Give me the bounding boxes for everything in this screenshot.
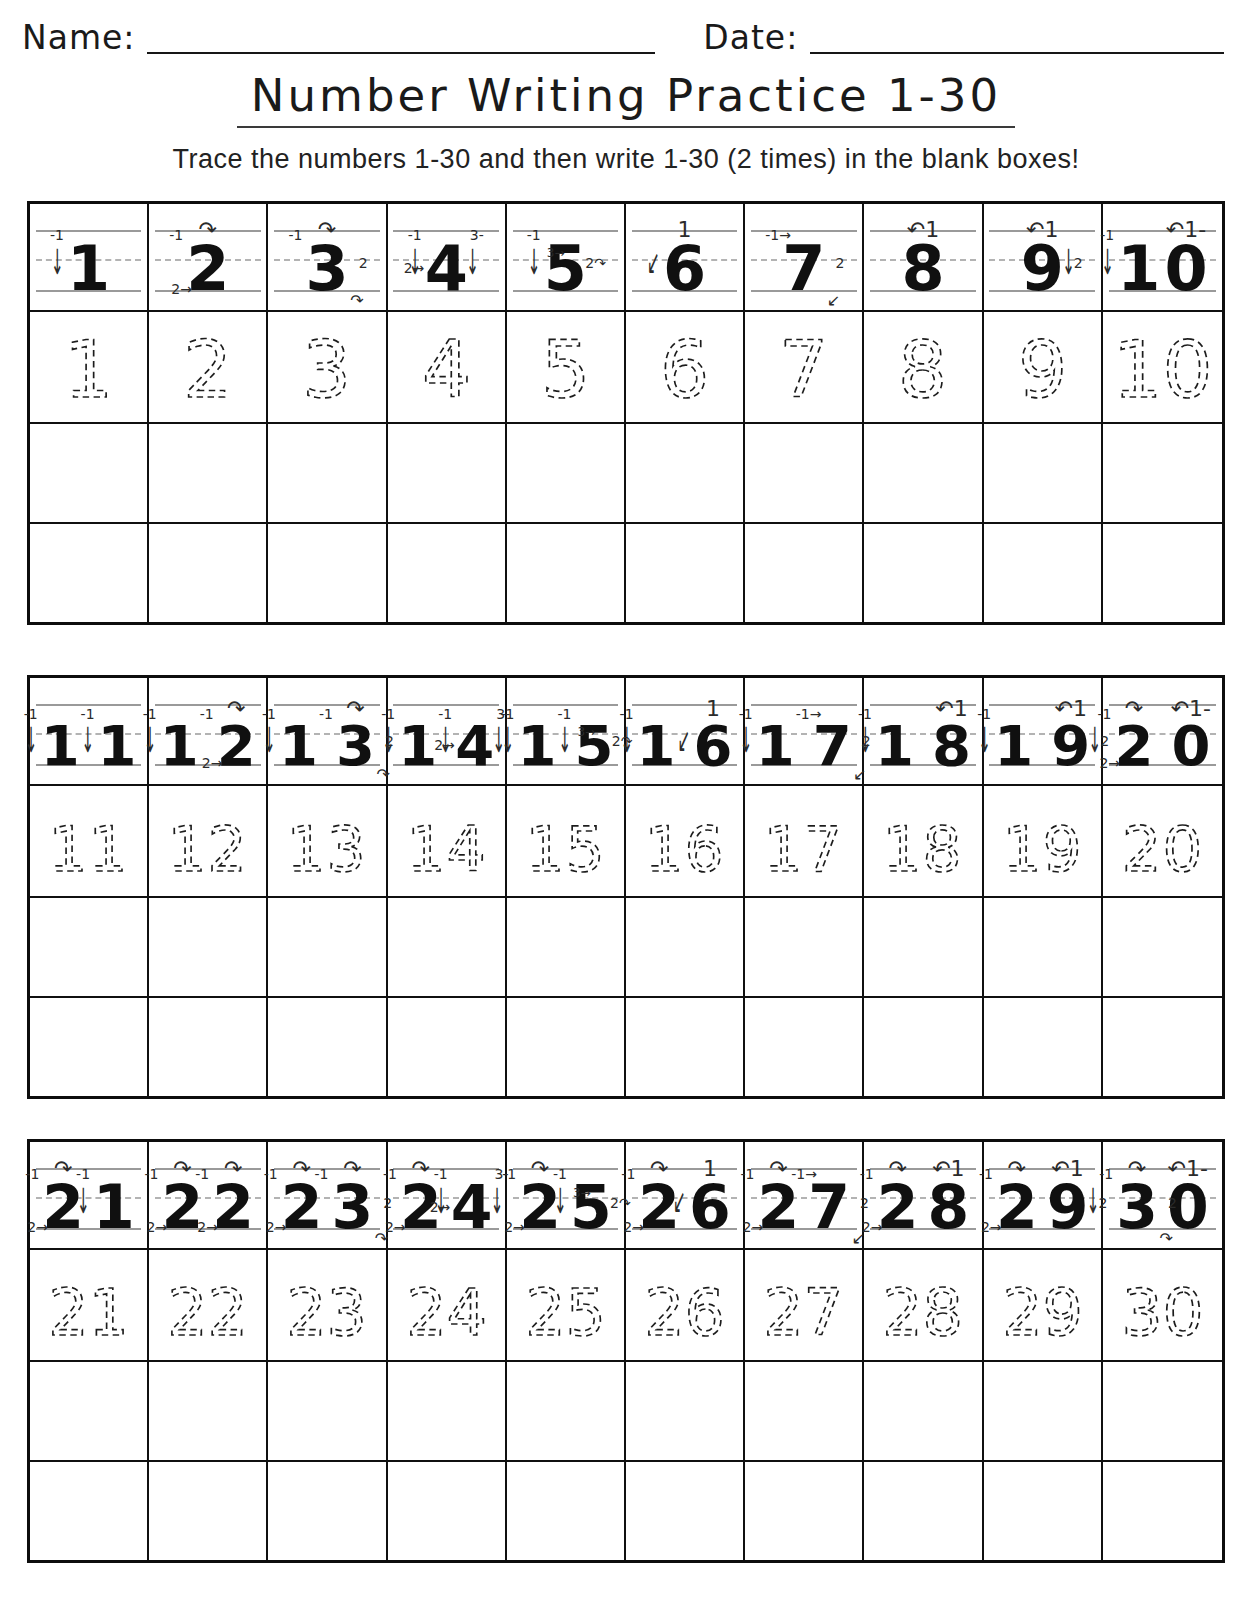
trace-number-text: 3 <box>302 325 351 415</box>
stroke-order-annotation: 2→ <box>504 1220 525 1234</box>
stroke-order-annotation: -1 <box>383 1167 397 1181</box>
trace-cell-24: 24 <box>388 1250 507 1360</box>
guide-cell-20: 2-1↷2→0↶1- <box>1103 678 1222 784</box>
stroke-order-annotation: ↷ <box>343 1158 361 1180</box>
trace-row-11-20: 11121314151617181920 <box>30 786 1222 898</box>
trace-cell-22: 22 <box>149 1250 268 1360</box>
guide-digit: 1-1↓ <box>98 724 137 768</box>
trace-number-text: 25 <box>525 1276 606 1350</box>
stroke-order-annotation: 2 <box>359 256 368 270</box>
stroke-order-annotation: ↷ <box>350 293 363 309</box>
blank-write-box <box>388 998 507 1096</box>
stroke-order-annotation: ↷ <box>1159 1231 1172 1247</box>
guide-number-20: 2-1↷2→0↶1- <box>1103 678 1222 784</box>
blank-write-box <box>30 998 149 1096</box>
guide-cell-26: 2-1↷2→61↙ <box>626 1142 745 1248</box>
stroke-order-annotation: -1 <box>408 228 422 242</box>
trace-number-svg: 28 <box>864 1250 981 1360</box>
stroke-order-annotation: 3→ <box>573 1187 591 1199</box>
guide-digit: 1-1↓ <box>67 245 110 293</box>
blank-write-box <box>388 898 507 996</box>
stroke-order-annotation: ↶1- <box>1166 219 1206 241</box>
blank-row <box>30 1362 1222 1462</box>
guide-number-3: 3-1↷2↷ <box>268 204 385 310</box>
trace-number-svg: 16 <box>626 786 743 896</box>
stroke-order-annotation: -1 <box>553 1167 567 1181</box>
guide-digit: 5-1↓3→2↷ <box>574 724 613 768</box>
stroke-order-annotation: ↓ <box>978 724 991 759</box>
blank-write-box <box>268 1462 387 1560</box>
guide-cell-27: 2-1↷2→7-1→2↙ <box>745 1142 864 1248</box>
trace-number-svg: 7 <box>745 312 862 422</box>
blank-write-box <box>149 1362 268 1460</box>
trace-number-text: 21 <box>48 1276 129 1350</box>
blank-write-box <box>984 1462 1103 1560</box>
trace-number-svg: 6 <box>626 312 743 422</box>
stroke-order-annotation: ↷ <box>412 1158 430 1180</box>
guide-digit: 2-1↷2→ <box>281 1184 323 1231</box>
guide-digit: 3-1↷2↷ <box>1116 1184 1158 1231</box>
blank-write-box <box>745 998 864 1096</box>
stroke-order-annotation: -1 <box>195 1167 209 1181</box>
trace-cell-25: 25 <box>507 1250 626 1360</box>
blank-write-box <box>1103 898 1222 996</box>
guide-digit: 2-1↷2→ <box>1114 724 1153 768</box>
guide-number-12: 1-1↓2-1↷2→ <box>149 678 266 784</box>
guide-digit: 3-1↷2↷ <box>336 724 375 768</box>
stroke-order-annotation: 1 <box>678 219 692 241</box>
blank-write-box <box>268 898 387 996</box>
trace-number-svg: 11 <box>30 786 147 896</box>
trace-number-svg: 4 <box>388 312 505 422</box>
guide-number-17: 1-1↓7-1→2↙ <box>745 678 862 784</box>
stroke-order-annotation: ↶1 <box>1026 219 1058 241</box>
trace-number-text: 13 <box>287 814 367 886</box>
blank-write-box <box>864 1362 983 1460</box>
guide-cell-30: 3-1↷2↷0↶1- <box>1103 1142 1222 1248</box>
trace-number-svg: 25 <box>507 1250 624 1360</box>
stroke-order-annotation: ↓ <box>621 724 634 759</box>
stroke-order-annotation: ↷ <box>377 767 390 783</box>
stroke-order-annotation: 2→ <box>147 1220 168 1234</box>
blank-write-box <box>30 1362 149 1460</box>
stroke-order-annotation: 2↷ <box>585 256 606 270</box>
guide-cell-29: 2-1↷2→9↶1↓2 <box>984 1142 1103 1248</box>
trace-cell-10: 10 <box>1103 312 1222 422</box>
stroke-order-annotation: 2 <box>835 256 844 270</box>
blank-write-box <box>149 1462 268 1560</box>
trace-number-text: 19 <box>1002 814 1082 886</box>
stroke-order-annotation: 2→ <box>623 1220 644 1234</box>
trace-cell-17: 17 <box>745 786 864 896</box>
guide-digit: 2-1↷2→ <box>186 245 229 293</box>
trace-cell-30: 30 <box>1103 1250 1222 1360</box>
stroke-order-annotation: 2→ <box>385 1220 406 1234</box>
guide-number-2: 2-1↷2→ <box>149 204 266 310</box>
stroke-order-annotation: ↷ <box>1008 1158 1026 1180</box>
table-numbers-21-30: 2-1↷2→1-1↓2-1↷2→2-1↷2→2-1↷2→3-1↷2↷2-1↷2→… <box>27 1139 1225 1563</box>
stroke-order-annotation: ↓ <box>501 724 514 759</box>
stroke-order-annotation: 2→ <box>434 738 455 752</box>
trace-cell-9: 9 <box>984 312 1103 422</box>
stroke-order-annotation: ↓ <box>51 246 64 281</box>
blank-write-box <box>626 1362 745 1460</box>
trace-cell-5: 5 <box>507 312 626 422</box>
guide-digit: 9↶1↓2 <box>1047 1184 1089 1231</box>
trace-number-svg: 18 <box>864 786 981 896</box>
blank-write-box <box>149 998 268 1096</box>
stroke-order-annotation: -1 <box>314 1167 328 1181</box>
guide-number-4: 4-1↓3-↓2→ <box>388 204 505 310</box>
guide-cell-14: 1-1↓4-1↓3-↓2→ <box>388 678 507 784</box>
stroke-order-annotation: ↷ <box>292 1158 310 1180</box>
stroke-order-annotation: 2→ <box>27 1220 48 1234</box>
blank-write-box <box>745 1462 864 1560</box>
stroke-order-annotation: -1 <box>1100 228 1114 242</box>
trace-number-svg: 13 <box>268 786 385 896</box>
trace-number-text: 11 <box>48 814 128 886</box>
blank-write-box <box>626 998 745 1096</box>
guide-digit: 2-1↷2→ <box>758 1184 800 1231</box>
guide-row-1-10: 1-1↓2-1↷2→3-1↷2↷4-1↓3-↓2→5-1↓3→2↷61↙7-1→… <box>30 204 1222 312</box>
trace-number-text: 27 <box>763 1276 844 1350</box>
blank-write-box <box>864 524 983 622</box>
trace-cell-16: 16 <box>626 786 745 896</box>
stroke-order-annotation: ↷ <box>199 219 217 241</box>
blank-write-box <box>507 424 626 522</box>
trace-number-text: 12 <box>168 814 248 886</box>
stroke-order-annotation: 3- <box>470 228 484 242</box>
blank-write-box <box>864 424 983 522</box>
guide-digit: 1-1↓ <box>398 724 437 768</box>
stroke-order-annotation: ↓ <box>528 246 541 281</box>
stroke-order-annotation: ↶1- <box>1168 1158 1208 1180</box>
stroke-order-annotation: 1 <box>706 698 720 720</box>
trace-cell-21: 21 <box>30 1250 149 1360</box>
stroke-order-annotation: ↷ <box>54 1158 72 1180</box>
stroke-order-annotation: ↓ <box>382 724 395 759</box>
guide-cell-1: 1-1↓ <box>30 204 149 310</box>
header: Name: Date: <box>22 12 1230 56</box>
blank-write-box <box>1103 424 1222 522</box>
guide-digit: 61↙ <box>694 724 733 768</box>
trace-number-svg: 12 <box>149 786 266 896</box>
trace-number-text: 17 <box>764 814 844 886</box>
stroke-order-annotation: -1 <box>288 228 302 242</box>
stroke-order-annotation: 2→ <box>430 1200 451 1214</box>
guide-digit: 1-1↓ <box>93 1184 135 1231</box>
guide-number-10: 1-1↓0↶1- <box>1103 204 1222 310</box>
guide-cell-4: 4-1↓3-↓2→ <box>388 204 507 310</box>
stroke-order-annotation: 2→ <box>171 282 192 296</box>
trace-number-text: 22 <box>167 1276 248 1350</box>
date-blank-line <box>810 16 1224 54</box>
stroke-order-annotation: ↷ <box>1128 1158 1146 1180</box>
stroke-order-annotation: ↷ <box>227 698 245 720</box>
stroke-order-annotation: -1 <box>169 228 183 242</box>
guide-cell-7: 7-1→2↙ <box>745 204 864 310</box>
stroke-order-annotation: ↓ <box>25 724 38 759</box>
blank-write-box <box>626 524 745 622</box>
stroke-order-annotation: -1 <box>264 1167 278 1181</box>
stroke-order-annotation: ↓ <box>144 724 157 759</box>
trace-number-text: 15 <box>525 814 605 886</box>
trace-number-text: 7 <box>779 325 828 415</box>
stroke-order-annotation: ↙ <box>678 724 691 759</box>
name-blank-line <box>147 16 655 54</box>
trace-number-text: 20 <box>1122 814 1204 887</box>
trace-number-text: 6 <box>660 325 709 415</box>
trace-number-text: 8 <box>898 325 947 415</box>
stroke-order-annotation: 3→ <box>577 726 595 738</box>
stroke-order-annotation: ↶1 <box>1054 698 1086 720</box>
trace-cell-13: 13 <box>268 786 387 896</box>
blank-write-box <box>864 1462 983 1560</box>
blank-write-box <box>745 424 864 522</box>
guide-number-24: 2-1↷2→4-1↓3-↓2→ <box>388 1142 505 1248</box>
stroke-order-annotation: 2→ <box>743 1220 764 1234</box>
guide-number-8: 8↶1 <box>864 204 981 310</box>
guide-number-6: 61↙ <box>626 204 743 310</box>
blank-write-box <box>626 424 745 522</box>
trace-number-svg: 26 <box>626 1250 743 1360</box>
guide-digit: 4-1↓3-↓2→ <box>455 724 494 768</box>
trace-number-svg: 19 <box>984 786 1101 896</box>
guide-cell-8: 8↶1 <box>864 204 983 310</box>
guide-cell-25: 2-1↷2→5-1↓3→2↷ <box>507 1142 626 1248</box>
guide-number-9: 9↶1↓2 <box>984 204 1101 310</box>
blank-write-box <box>745 1362 864 1460</box>
guide-cell-5: 5-1↓3→2↷ <box>507 204 626 310</box>
guide-number-30: 3-1↷2↷0↶1- <box>1103 1142 1222 1248</box>
stroke-order-annotation: ↷ <box>318 219 336 241</box>
guide-cell-17: 1-1↓7-1→2↙ <box>745 678 864 784</box>
trace-row-1-10: 12345678910 <box>30 312 1222 424</box>
guide-digit: 8↶1 <box>927 1184 969 1231</box>
trace-cell-7: 7 <box>745 312 864 422</box>
guide-number-21: 2-1↷2→1-1↓ <box>30 1142 147 1248</box>
blank-write-box <box>268 998 387 1096</box>
stroke-order-annotation: ↓ <box>1101 246 1114 281</box>
trace-number-svg: 1 <box>30 312 147 422</box>
blank-write-box <box>864 998 983 1096</box>
guide-cell-19: 1-1↓9↶1↓2 <box>984 678 1103 784</box>
guide-digit: 1-1↓ <box>517 724 556 768</box>
guide-digit: 2-1↷2→ <box>877 1184 919 1231</box>
stroke-order-annotation: 2→ <box>404 261 425 275</box>
trace-number-svg: 30 <box>1103 1250 1222 1360</box>
trace-cell-14: 14 <box>388 786 507 896</box>
blank-write-box <box>268 524 387 622</box>
guide-digit: 0↶1- <box>1164 245 1207 293</box>
blank-write-box <box>30 424 149 522</box>
trace-number-svg: 2 <box>149 312 266 422</box>
trace-number-svg: 9 <box>984 312 1101 422</box>
guide-digit: 61↙ <box>663 245 706 293</box>
stroke-order-annotation: ↓ <box>740 724 753 759</box>
stroke-order-annotation: 2→ <box>266 1220 287 1234</box>
stroke-order-annotation: ↶1 <box>1051 1158 1083 1180</box>
stroke-order-annotation: -1 <box>502 1167 516 1181</box>
stroke-order-annotation: ↷ <box>650 1158 668 1180</box>
stroke-order-annotation: ↓ <box>554 1185 567 1220</box>
trace-number-svg: 29 <box>984 1250 1101 1360</box>
stroke-order-annotation: 2 <box>860 1196 869 1210</box>
trace-cell-1: 1 <box>30 312 149 422</box>
blank-write-box <box>388 1462 507 1560</box>
trace-number-text: 16 <box>644 814 724 886</box>
blank-write-box <box>507 524 626 622</box>
guide-cell-15: 1-1↓5-1↓3→2↷ <box>507 678 626 784</box>
blank-write-box <box>507 1462 626 1560</box>
trace-cell-20: 20 <box>1103 786 1222 896</box>
guide-number-28: 2-1↷2→8↶1 <box>864 1142 981 1248</box>
guide-number-29: 2-1↷2→9↶1↓2 <box>984 1142 1101 1248</box>
trace-number-svg: 20 <box>1103 786 1222 896</box>
stroke-order-annotation: 2→ <box>202 756 223 770</box>
stroke-order-annotation: -1→ <box>791 1167 817 1181</box>
trace-cell-4: 4 <box>388 312 507 422</box>
trace-number-svg: 14 <box>388 786 505 896</box>
stroke-order-annotation: ↷ <box>888 1158 906 1180</box>
guide-digit: 5-1↓3→2↷ <box>570 1184 612 1231</box>
trace-number-text: 4 <box>422 325 471 415</box>
trace-number-text: 28 <box>883 1276 964 1350</box>
guide-cell-6: 61↙ <box>626 204 745 310</box>
trace-number-svg: 8 <box>864 312 981 422</box>
stroke-order-annotation: 2 <box>1168 1196 1177 1210</box>
page-title: Number Writing Practice 1-30 <box>237 72 1015 128</box>
stroke-order-annotation: 2↷ <box>610 1196 631 1210</box>
guide-cell-24: 2-1↷2→4-1↓3-↓2→ <box>388 1142 507 1248</box>
trace-cell-15: 15 <box>507 786 626 896</box>
stroke-order-annotation: ↙ <box>647 246 660 281</box>
trace-cell-6: 6 <box>626 312 745 422</box>
guide-cell-16: 1-1↓61↙ <box>626 678 745 784</box>
guide-digit: 1-1↓ <box>1117 245 1160 293</box>
trace-number-svg: 10 <box>1103 312 1222 422</box>
guide-row-11-20: 1-1↓1-1↓1-1↓2-1↷2→1-1↓3-1↷2↷1-1↓4-1↓3-↓2… <box>30 678 1222 786</box>
guide-digit: 9↶1↓2 <box>1021 245 1064 293</box>
guide-number-22: 2-1↷2→2-1↷2→ <box>149 1142 266 1248</box>
blank-write-box <box>1103 1362 1222 1460</box>
worksheet-page: Name: Date: Number Writing Practice 1-30… <box>0 0 1252 1581</box>
blank-row <box>30 524 1222 622</box>
blank-write-box <box>30 1462 149 1560</box>
blank-write-box <box>984 424 1103 522</box>
guide-cell-11: 1-1↓1-1↓ <box>30 678 149 784</box>
blank-row <box>30 998 1222 1096</box>
guide-digit: 8↶1 <box>901 245 944 293</box>
blank-write-box <box>984 898 1103 996</box>
blank-write-box <box>388 1362 507 1460</box>
blank-write-box <box>388 424 507 522</box>
blank-row <box>30 898 1222 998</box>
blank-row <box>30 1462 1222 1560</box>
blank-write-box <box>984 1362 1103 1460</box>
trace-cell-19: 19 <box>984 786 1103 896</box>
trace-number-svg: 23 <box>268 1250 385 1360</box>
stroke-order-annotation: ↓ <box>558 724 571 759</box>
blank-write-box <box>507 998 626 1096</box>
stroke-order-annotation: ↙ <box>827 293 840 309</box>
title-wrap: Number Writing Practice 1-30 <box>20 72 1232 128</box>
trace-number-svg: 22 <box>149 1250 266 1360</box>
guide-number-11: 1-1↓1-1↓ <box>30 678 147 784</box>
guide-digit: 4-1↓3-↓2→ <box>451 1184 493 1231</box>
trace-number-svg: 3 <box>268 312 385 422</box>
trace-cell-26: 26 <box>626 1250 745 1360</box>
stroke-order-annotation: ↶1 <box>935 698 967 720</box>
guide-digit: 7-1→2↙ <box>808 1184 850 1231</box>
guide-row-21-30: 2-1↷2→1-1↓2-1↷2→2-1↷2→2-1↷2→3-1↷2↷2-1↷2→… <box>30 1142 1222 1250</box>
stroke-order-annotation: -1→ <box>796 707 822 721</box>
instructions: Trace the numbers 1-30 and then write 1-… <box>20 144 1232 175</box>
stroke-order-annotation: ↓ <box>82 724 95 759</box>
blank-write-box <box>626 1462 745 1560</box>
trace-cell-29: 29 <box>984 1250 1103 1360</box>
stroke-order-annotation: 2→ <box>862 1220 883 1234</box>
guide-digit: 9↶1↓2 <box>1051 724 1090 768</box>
blank-write-box <box>149 524 268 622</box>
guide-number-27: 2-1↷2→7-1→2↙ <box>745 1142 862 1248</box>
stroke-order-annotation: ↓ <box>491 1185 504 1220</box>
blank-write-box <box>268 1362 387 1460</box>
blank-write-box <box>745 898 864 996</box>
date-label: Date: <box>703 21 798 56</box>
blank-write-box <box>1103 1462 1222 1560</box>
trace-number-text: 5 <box>541 325 590 415</box>
guide-digit: 1-1↓ <box>994 724 1033 768</box>
blank-write-box <box>864 898 983 996</box>
guide-number-23: 2-1↷2→3-1↷2↷ <box>268 1142 385 1248</box>
blank-write-box <box>507 1362 626 1460</box>
trace-cell-23: 23 <box>268 1250 387 1360</box>
guide-cell-10: 1-1↓0↶1- <box>1103 204 1222 310</box>
name-label: Name: <box>22 21 135 56</box>
trace-number-svg: 24 <box>388 1250 505 1360</box>
guide-cell-9: 9↶1↓2 <box>984 204 1103 310</box>
stroke-order-annotation: -1 <box>860 1167 874 1181</box>
trace-number-text: 9 <box>1018 325 1067 415</box>
stroke-order-annotation: ↶1- <box>1171 698 1211 720</box>
stroke-order-annotation: 2→ <box>197 1220 218 1234</box>
stroke-order-annotation: 2 <box>1100 734 1109 748</box>
stroke-order-annotation: -1 <box>741 1167 755 1181</box>
guide-digit: 2-1↷2→ <box>212 1184 254 1231</box>
stroke-order-annotation: ↷ <box>769 1158 787 1180</box>
guide-number-16: 1-1↓61↙ <box>626 678 743 784</box>
guide-number-18: 1-1↓8↶1 <box>864 678 981 784</box>
trace-cell-12: 12 <box>149 786 268 896</box>
stroke-order-annotation: -1 <box>319 707 333 721</box>
stroke-order-annotation: 3→ <box>547 247 565 259</box>
trace-number-svg: 27 <box>745 1250 862 1360</box>
stroke-order-annotation: ↷ <box>173 1158 191 1180</box>
guide-cell-23: 2-1↷2→3-1↷2↷ <box>268 1142 387 1248</box>
blank-write-box <box>149 898 268 996</box>
guide-digit: 1-1↓ <box>756 724 795 768</box>
stroke-order-annotation: 2 <box>383 1196 392 1210</box>
stroke-order-annotation: ↙ <box>673 1185 686 1220</box>
guide-digit: 7-1→2↙ <box>782 245 825 293</box>
trace-number-text: 1 <box>64 325 113 415</box>
stroke-order-annotation: -1 <box>434 1167 448 1181</box>
trace-number-text: 18 <box>883 814 963 886</box>
trace-number-svg: 15 <box>507 786 624 896</box>
guide-number-7: 7-1→2↙ <box>745 204 862 310</box>
guide-number-13: 1-1↓3-1↷2↷ <box>268 678 385 784</box>
